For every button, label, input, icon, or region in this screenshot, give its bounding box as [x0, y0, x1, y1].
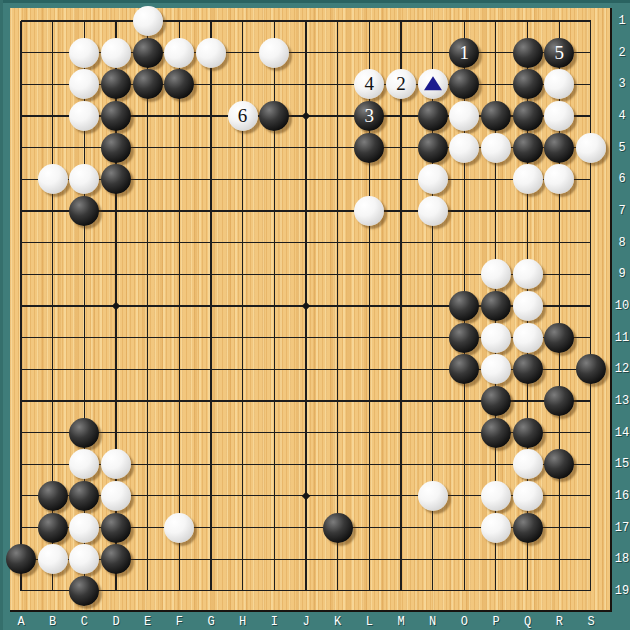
intersection-O1[interactable]	[448, 5, 480, 37]
intersection-E3[interactable]	[132, 68, 164, 100]
intersection-B13[interactable]	[37, 385, 69, 417]
intersection-P18[interactable]	[480, 543, 512, 575]
intersection-R3[interactable]	[543, 68, 575, 100]
intersection-G3[interactable]	[195, 68, 227, 100]
intersection-J6[interactable]	[290, 163, 322, 195]
intersection-J19[interactable]	[290, 575, 322, 607]
intersection-K15[interactable]	[322, 448, 354, 480]
intersection-C7[interactable]	[68, 195, 100, 227]
intersection-A10[interactable]	[5, 290, 37, 322]
intersection-G10[interactable]	[195, 290, 227, 322]
intersection-S12[interactable]	[575, 353, 607, 385]
intersection-S11[interactable]	[575, 322, 607, 354]
intersection-D9[interactable]	[100, 258, 132, 290]
intersection-D7[interactable]	[100, 195, 132, 227]
intersection-N7[interactable]	[417, 195, 449, 227]
intersection-P14[interactable]	[480, 417, 512, 449]
intersection-A5[interactable]	[5, 132, 37, 164]
intersection-A2[interactable]	[5, 37, 37, 69]
intersection-M3[interactable]: 2	[385, 68, 417, 100]
intersection-Q13[interactable]	[512, 385, 544, 417]
intersection-M15[interactable]	[385, 448, 417, 480]
intersection-E7[interactable]	[132, 195, 164, 227]
intersection-Q1[interactable]	[512, 5, 544, 37]
intersection-S17[interactable]	[575, 512, 607, 544]
intersection-Q2[interactable]	[512, 37, 544, 69]
intersection-H11[interactable]	[227, 322, 259, 354]
intersection-H18[interactable]	[227, 543, 259, 575]
intersection-I10[interactable]	[258, 290, 290, 322]
intersection-I5[interactable]	[258, 132, 290, 164]
intersection-H3[interactable]	[227, 68, 259, 100]
intersection-P2[interactable]	[480, 37, 512, 69]
intersection-Q4[interactable]	[512, 100, 544, 132]
intersection-D16[interactable]	[100, 480, 132, 512]
intersection-B5[interactable]	[37, 132, 69, 164]
intersection-H16[interactable]	[227, 480, 259, 512]
intersection-M4[interactable]	[385, 100, 417, 132]
intersection-H12[interactable]	[227, 353, 259, 385]
intersection-Q7[interactable]	[512, 195, 544, 227]
intersection-A16[interactable]	[5, 480, 37, 512]
intersection-L2[interactable]	[353, 37, 385, 69]
intersection-B19[interactable]	[37, 575, 69, 607]
intersection-H8[interactable]	[227, 227, 259, 259]
intersection-G18[interactable]	[195, 543, 227, 575]
intersection-K12[interactable]	[322, 353, 354, 385]
intersection-K7[interactable]	[322, 195, 354, 227]
intersection-J10[interactable]	[290, 290, 322, 322]
intersection-K18[interactable]	[322, 543, 354, 575]
intersection-I19[interactable]	[258, 575, 290, 607]
intersection-C4[interactable]	[68, 100, 100, 132]
intersection-J7[interactable]	[290, 195, 322, 227]
intersection-A4[interactable]	[5, 100, 37, 132]
intersection-O4[interactable]	[448, 100, 480, 132]
intersection-M8[interactable]	[385, 227, 417, 259]
intersection-I11[interactable]	[258, 322, 290, 354]
intersection-L1[interactable]	[353, 5, 385, 37]
intersection-R15[interactable]	[543, 448, 575, 480]
intersection-H15[interactable]	[227, 448, 259, 480]
intersection-K11[interactable]	[322, 322, 354, 354]
intersection-N2[interactable]	[417, 37, 449, 69]
intersection-H5[interactable]	[227, 132, 259, 164]
intersection-B16[interactable]	[37, 480, 69, 512]
intersection-P15[interactable]	[480, 448, 512, 480]
intersection-J15[interactable]	[290, 448, 322, 480]
intersection-L13[interactable]	[353, 385, 385, 417]
intersection-H6[interactable]	[227, 163, 259, 195]
intersection-I15[interactable]	[258, 448, 290, 480]
intersection-I9[interactable]	[258, 258, 290, 290]
intersection-L4[interactable]: 3	[353, 100, 385, 132]
intersection-F4[interactable]	[163, 100, 195, 132]
intersection-G5[interactable]	[195, 132, 227, 164]
intersection-J4[interactable]	[290, 100, 322, 132]
intersection-D1[interactable]	[100, 5, 132, 37]
intersection-O5[interactable]	[448, 132, 480, 164]
intersection-F9[interactable]	[163, 258, 195, 290]
intersection-A14[interactable]	[5, 417, 37, 449]
intersection-E17[interactable]	[132, 512, 164, 544]
intersection-D6[interactable]	[100, 163, 132, 195]
intersection-E8[interactable]	[132, 227, 164, 259]
intersection-A12[interactable]	[5, 353, 37, 385]
intersection-O16[interactable]	[448, 480, 480, 512]
intersection-K1[interactable]	[322, 5, 354, 37]
intersection-A9[interactable]	[5, 258, 37, 290]
intersection-K14[interactable]	[322, 417, 354, 449]
intersection-M9[interactable]	[385, 258, 417, 290]
intersection-I14[interactable]	[258, 417, 290, 449]
intersection-G11[interactable]	[195, 322, 227, 354]
intersection-B1[interactable]	[37, 5, 69, 37]
intersection-E13[interactable]	[132, 385, 164, 417]
intersection-P7[interactable]	[480, 195, 512, 227]
intersection-E19[interactable]	[132, 575, 164, 607]
intersection-E11[interactable]	[132, 322, 164, 354]
intersection-N9[interactable]	[417, 258, 449, 290]
intersection-C6[interactable]	[68, 163, 100, 195]
intersection-M18[interactable]	[385, 543, 417, 575]
intersection-C9[interactable]	[68, 258, 100, 290]
intersection-A6[interactable]	[5, 163, 37, 195]
intersection-L17[interactable]	[353, 512, 385, 544]
intersection-A19[interactable]	[5, 575, 37, 607]
intersection-A13[interactable]	[5, 385, 37, 417]
intersection-N3[interactable]	[417, 68, 449, 100]
intersection-D13[interactable]	[100, 385, 132, 417]
intersection-L3[interactable]: 4	[353, 68, 385, 100]
intersection-N19[interactable]	[417, 575, 449, 607]
intersection-C17[interactable]	[68, 512, 100, 544]
intersection-N15[interactable]	[417, 448, 449, 480]
intersection-B7[interactable]	[37, 195, 69, 227]
intersection-C1[interactable]	[68, 5, 100, 37]
intersection-E16[interactable]	[132, 480, 164, 512]
intersection-E5[interactable]	[132, 132, 164, 164]
intersection-G7[interactable]	[195, 195, 227, 227]
intersection-B15[interactable]	[37, 448, 69, 480]
intersection-D15[interactable]	[100, 448, 132, 480]
intersection-N6[interactable]	[417, 163, 449, 195]
intersection-R12[interactable]	[543, 353, 575, 385]
intersection-D11[interactable]	[100, 322, 132, 354]
intersection-F6[interactable]	[163, 163, 195, 195]
intersection-C12[interactable]	[68, 353, 100, 385]
intersection-M10[interactable]	[385, 290, 417, 322]
intersection-F11[interactable]	[163, 322, 195, 354]
intersection-R5[interactable]	[543, 132, 575, 164]
intersection-S10[interactable]	[575, 290, 607, 322]
intersection-R10[interactable]	[543, 290, 575, 322]
intersection-G9[interactable]	[195, 258, 227, 290]
intersection-F19[interactable]	[163, 575, 195, 607]
intersection-B3[interactable]	[37, 68, 69, 100]
intersection-J9[interactable]	[290, 258, 322, 290]
intersection-C15[interactable]	[68, 448, 100, 480]
intersection-R11[interactable]	[543, 322, 575, 354]
intersection-R16[interactable]	[543, 480, 575, 512]
intersection-S4[interactable]	[575, 100, 607, 132]
intersection-A18[interactable]	[5, 543, 37, 575]
intersection-M1[interactable]	[385, 5, 417, 37]
intersection-L14[interactable]	[353, 417, 385, 449]
intersection-R13[interactable]	[543, 385, 575, 417]
intersection-B14[interactable]	[37, 417, 69, 449]
intersection-P12[interactable]	[480, 353, 512, 385]
intersection-S18[interactable]	[575, 543, 607, 575]
intersection-N12[interactable]	[417, 353, 449, 385]
intersection-N4[interactable]	[417, 100, 449, 132]
intersection-S6[interactable]	[575, 163, 607, 195]
intersection-P19[interactable]	[480, 575, 512, 607]
intersection-C3[interactable]	[68, 68, 100, 100]
intersection-H17[interactable]	[227, 512, 259, 544]
intersection-E4[interactable]	[132, 100, 164, 132]
intersection-D5[interactable]	[100, 132, 132, 164]
intersection-O9[interactable]	[448, 258, 480, 290]
intersection-D2[interactable]	[100, 37, 132, 69]
intersection-D19[interactable]	[100, 575, 132, 607]
intersection-L5[interactable]	[353, 132, 385, 164]
intersection-S2[interactable]	[575, 37, 607, 69]
intersection-K5[interactable]	[322, 132, 354, 164]
intersection-M11[interactable]	[385, 322, 417, 354]
intersection-S16[interactable]	[575, 480, 607, 512]
intersection-F2[interactable]	[163, 37, 195, 69]
intersection-J1[interactable]	[290, 5, 322, 37]
intersection-M14[interactable]	[385, 417, 417, 449]
intersection-P4[interactable]	[480, 100, 512, 132]
intersection-Q12[interactable]	[512, 353, 544, 385]
intersection-Q3[interactable]	[512, 68, 544, 100]
intersection-R17[interactable]	[543, 512, 575, 544]
intersection-L8[interactable]	[353, 227, 385, 259]
intersection-N17[interactable]	[417, 512, 449, 544]
intersection-N16[interactable]	[417, 480, 449, 512]
intersection-M6[interactable]	[385, 163, 417, 195]
intersection-S19[interactable]	[575, 575, 607, 607]
intersection-H13[interactable]	[227, 385, 259, 417]
intersection-N5[interactable]	[417, 132, 449, 164]
intersection-J14[interactable]	[290, 417, 322, 449]
intersection-S5[interactable]	[575, 132, 607, 164]
intersection-R1[interactable]	[543, 5, 575, 37]
intersection-E14[interactable]	[132, 417, 164, 449]
intersection-O14[interactable]	[448, 417, 480, 449]
intersection-G12[interactable]	[195, 353, 227, 385]
intersection-M17[interactable]	[385, 512, 417, 544]
intersection-B2[interactable]	[37, 37, 69, 69]
intersection-L9[interactable]	[353, 258, 385, 290]
intersection-S8[interactable]	[575, 227, 607, 259]
intersection-N13[interactable]	[417, 385, 449, 417]
intersection-C18[interactable]	[68, 543, 100, 575]
intersection-H2[interactable]	[227, 37, 259, 69]
intersection-B8[interactable]	[37, 227, 69, 259]
intersection-N11[interactable]	[417, 322, 449, 354]
intersection-J13[interactable]	[290, 385, 322, 417]
intersection-S1[interactable]	[575, 5, 607, 37]
intersection-R19[interactable]	[543, 575, 575, 607]
intersection-O17[interactable]	[448, 512, 480, 544]
intersection-F16[interactable]	[163, 480, 195, 512]
intersection-P10[interactable]	[480, 290, 512, 322]
intersection-Q5[interactable]	[512, 132, 544, 164]
intersection-S9[interactable]	[575, 258, 607, 290]
intersection-S13[interactable]	[575, 385, 607, 417]
intersection-Q9[interactable]	[512, 258, 544, 290]
intersection-I12[interactable]	[258, 353, 290, 385]
intersection-L11[interactable]	[353, 322, 385, 354]
intersection-Q17[interactable]	[512, 512, 544, 544]
intersection-I18[interactable]	[258, 543, 290, 575]
intersection-I13[interactable]	[258, 385, 290, 417]
intersection-D4[interactable]	[100, 100, 132, 132]
intersection-J3[interactable]	[290, 68, 322, 100]
intersection-A3[interactable]	[5, 68, 37, 100]
intersection-L19[interactable]	[353, 575, 385, 607]
intersection-D18[interactable]	[100, 543, 132, 575]
intersection-Q10[interactable]	[512, 290, 544, 322]
intersection-B10[interactable]	[37, 290, 69, 322]
intersection-D3[interactable]	[100, 68, 132, 100]
intersection-S15[interactable]	[575, 448, 607, 480]
intersection-Q11[interactable]	[512, 322, 544, 354]
intersection-K17[interactable]	[322, 512, 354, 544]
intersection-G1[interactable]	[195, 5, 227, 37]
intersection-B6[interactable]	[37, 163, 69, 195]
intersection-M5[interactable]	[385, 132, 417, 164]
intersection-R8[interactable]	[543, 227, 575, 259]
intersection-Q14[interactable]	[512, 417, 544, 449]
intersection-O11[interactable]	[448, 322, 480, 354]
intersection-F14[interactable]	[163, 417, 195, 449]
intersection-J5[interactable]	[290, 132, 322, 164]
intersection-H1[interactable]	[227, 5, 259, 37]
intersection-A8[interactable]	[5, 227, 37, 259]
intersection-P1[interactable]	[480, 5, 512, 37]
intersection-P17[interactable]	[480, 512, 512, 544]
intersection-C16[interactable]	[68, 480, 100, 512]
intersection-A17[interactable]	[5, 512, 37, 544]
intersection-I2[interactable]	[258, 37, 290, 69]
intersection-F1[interactable]	[163, 5, 195, 37]
intersection-G2[interactable]	[195, 37, 227, 69]
intersection-P13[interactable]	[480, 385, 512, 417]
intersection-L7[interactable]	[353, 195, 385, 227]
intersection-Q6[interactable]	[512, 163, 544, 195]
intersection-G16[interactable]	[195, 480, 227, 512]
intersection-J17[interactable]	[290, 512, 322, 544]
intersection-R7[interactable]	[543, 195, 575, 227]
intersection-C11[interactable]	[68, 322, 100, 354]
intersection-K19[interactable]	[322, 575, 354, 607]
intersection-I8[interactable]	[258, 227, 290, 259]
intersection-J8[interactable]	[290, 227, 322, 259]
intersection-B18[interactable]	[37, 543, 69, 575]
intersection-R2[interactable]: 5	[543, 37, 575, 69]
intersection-K16[interactable]	[322, 480, 354, 512]
intersection-A7[interactable]	[5, 195, 37, 227]
intersection-L10[interactable]	[353, 290, 385, 322]
intersection-C5[interactable]	[68, 132, 100, 164]
intersection-E18[interactable]	[132, 543, 164, 575]
intersection-I6[interactable]	[258, 163, 290, 195]
intersection-P5[interactable]	[480, 132, 512, 164]
intersection-O10[interactable]	[448, 290, 480, 322]
intersection-Q18[interactable]	[512, 543, 544, 575]
intersection-O3[interactable]	[448, 68, 480, 100]
intersection-S7[interactable]	[575, 195, 607, 227]
intersection-I7[interactable]	[258, 195, 290, 227]
intersection-R6[interactable]	[543, 163, 575, 195]
intersection-M7[interactable]	[385, 195, 417, 227]
intersection-C19[interactable]	[68, 575, 100, 607]
intersection-D14[interactable]	[100, 417, 132, 449]
intersection-A11[interactable]	[5, 322, 37, 354]
intersection-P8[interactable]	[480, 227, 512, 259]
intersection-O19[interactable]	[448, 575, 480, 607]
intersection-K6[interactable]	[322, 163, 354, 195]
intersection-M12[interactable]	[385, 353, 417, 385]
intersection-G6[interactable]	[195, 163, 227, 195]
intersection-P16[interactable]	[480, 480, 512, 512]
intersection-O2[interactable]: 1	[448, 37, 480, 69]
intersection-C13[interactable]	[68, 385, 100, 417]
intersection-F13[interactable]	[163, 385, 195, 417]
intersection-I16[interactable]	[258, 480, 290, 512]
intersection-I3[interactable]	[258, 68, 290, 100]
intersection-Q15[interactable]	[512, 448, 544, 480]
intersection-F3[interactable]	[163, 68, 195, 100]
intersection-P3[interactable]	[480, 68, 512, 100]
intersection-D12[interactable]	[100, 353, 132, 385]
intersection-R9[interactable]	[543, 258, 575, 290]
intersection-K10[interactable]	[322, 290, 354, 322]
intersection-J16[interactable]	[290, 480, 322, 512]
intersection-O13[interactable]	[448, 385, 480, 417]
intersection-G4[interactable]	[195, 100, 227, 132]
intersection-J2[interactable]	[290, 37, 322, 69]
intersection-M16[interactable]	[385, 480, 417, 512]
intersection-R4[interactable]	[543, 100, 575, 132]
intersection-Q19[interactable]	[512, 575, 544, 607]
intersection-B11[interactable]	[37, 322, 69, 354]
intersection-G17[interactable]	[195, 512, 227, 544]
intersection-F17[interactable]	[163, 512, 195, 544]
intersection-K13[interactable]	[322, 385, 354, 417]
intersection-E1[interactable]	[132, 5, 164, 37]
intersection-A15[interactable]	[5, 448, 37, 480]
intersection-I17[interactable]	[258, 512, 290, 544]
intersection-G8[interactable]	[195, 227, 227, 259]
intersection-H7[interactable]	[227, 195, 259, 227]
intersection-B12[interactable]	[37, 353, 69, 385]
intersection-F15[interactable]	[163, 448, 195, 480]
intersection-G19[interactable]	[195, 575, 227, 607]
intersection-P6[interactable]	[480, 163, 512, 195]
intersection-J12[interactable]	[290, 353, 322, 385]
intersection-G15[interactable]	[195, 448, 227, 480]
intersection-M13[interactable]	[385, 385, 417, 417]
intersection-R18[interactable]	[543, 543, 575, 575]
intersection-E2[interactable]	[132, 37, 164, 69]
intersection-K3[interactable]	[322, 68, 354, 100]
intersection-G14[interactable]	[195, 417, 227, 449]
